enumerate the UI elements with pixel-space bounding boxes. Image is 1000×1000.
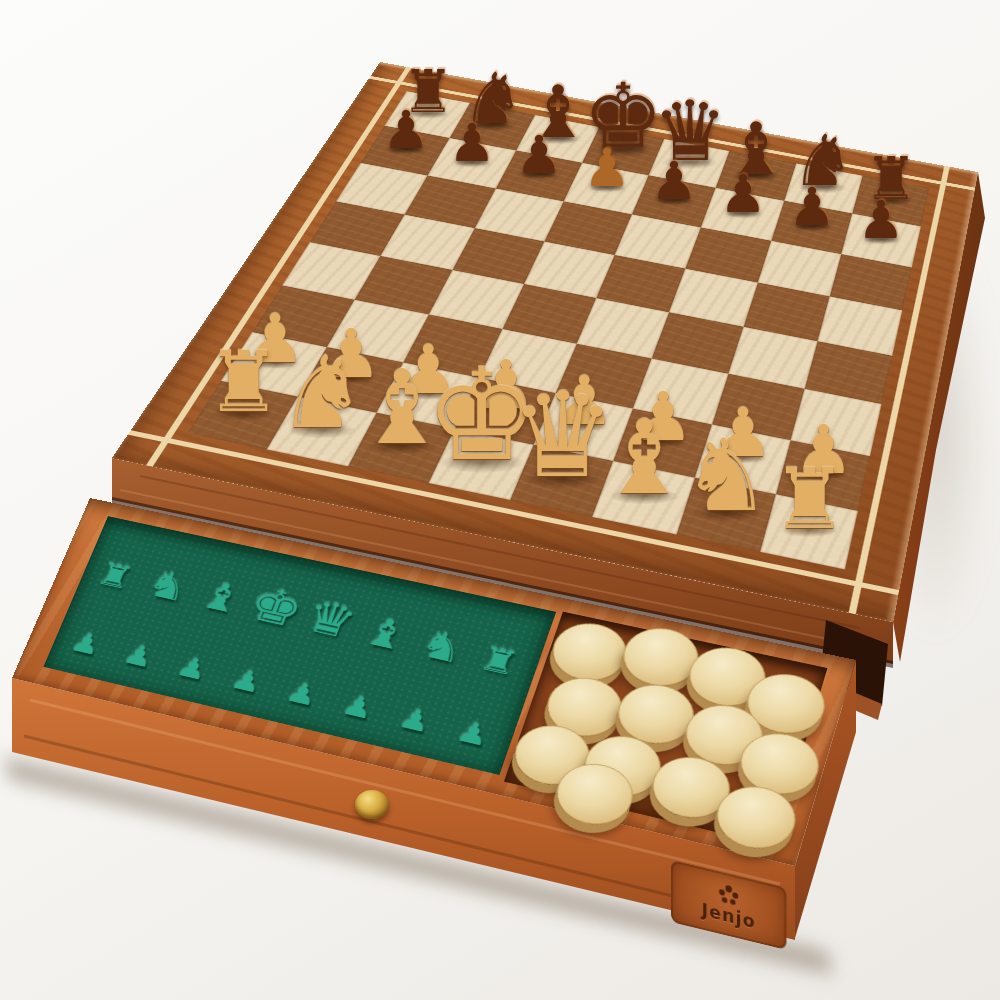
product-photo-scene: { "game": "chess", "scene": { "descripti… [0, 0, 1000, 1000]
drawer-knob[interactable] [355, 790, 389, 819]
